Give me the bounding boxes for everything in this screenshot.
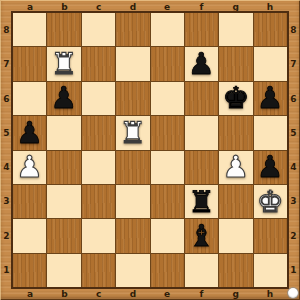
square-f5[interactable] bbox=[185, 116, 218, 149]
square-c3[interactable] bbox=[82, 185, 115, 218]
black-pawn[interactable]: ♟ bbox=[257, 152, 284, 182]
square-a7[interactable] bbox=[13, 47, 46, 80]
square-h4[interactable]: ♟ bbox=[254, 151, 287, 184]
chessboard-frame: abcdefgh abcdefgh 87654321 87654321 ♜♟♟♚… bbox=[0, 0, 300, 300]
square-f1[interactable] bbox=[185, 254, 218, 287]
square-h6[interactable]: ♟ bbox=[254, 82, 287, 115]
black-rook[interactable]: ♜ bbox=[188, 187, 215, 217]
square-h5[interactable] bbox=[254, 116, 287, 149]
white-to-move-indicator-icon bbox=[288, 288, 298, 298]
square-d1[interactable] bbox=[116, 254, 149, 287]
square-h1[interactable] bbox=[254, 254, 287, 287]
rank-label-6: 6 bbox=[0, 82, 13, 116]
file-label-g: g bbox=[219, 0, 253, 13]
square-g3[interactable] bbox=[219, 185, 252, 218]
white-rook[interactable]: ♜ bbox=[51, 49, 78, 79]
square-e8[interactable] bbox=[151, 13, 184, 46]
square-f8[interactable] bbox=[185, 13, 218, 46]
square-g7[interactable] bbox=[219, 47, 252, 80]
square-a3[interactable] bbox=[13, 185, 46, 218]
square-e2[interactable] bbox=[151, 219, 184, 252]
rank-label-2: 2 bbox=[287, 219, 300, 253]
file-label-d: d bbox=[116, 0, 150, 13]
square-g1[interactable] bbox=[219, 254, 252, 287]
square-e6[interactable] bbox=[151, 82, 184, 115]
square-c1[interactable] bbox=[82, 254, 115, 287]
square-a5[interactable]: ♟ bbox=[13, 116, 46, 149]
square-e5[interactable] bbox=[151, 116, 184, 149]
file-labels-top: abcdefgh bbox=[13, 0, 287, 13]
square-a8[interactable] bbox=[13, 13, 46, 46]
square-c4[interactable] bbox=[82, 151, 115, 184]
file-label-b: b bbox=[47, 287, 81, 300]
rank-label-5: 5 bbox=[0, 116, 13, 150]
white-king[interactable]: ♚ bbox=[257, 187, 284, 217]
file-label-h: h bbox=[253, 287, 287, 300]
square-e1[interactable] bbox=[151, 254, 184, 287]
chess-board: ♜♟♟♚♟♟♜♟♟♟♜♚♝ bbox=[13, 13, 287, 287]
rank-label-4: 4 bbox=[287, 150, 300, 184]
rank-label-1: 1 bbox=[287, 253, 300, 287]
rank-label-2: 2 bbox=[0, 219, 13, 253]
file-label-a: a bbox=[13, 287, 47, 300]
rank-label-8: 8 bbox=[0, 13, 13, 47]
rank-label-6: 6 bbox=[287, 82, 300, 116]
square-a4[interactable]: ♟ bbox=[13, 151, 46, 184]
rank-label-7: 7 bbox=[0, 47, 13, 81]
white-pawn[interactable]: ♟ bbox=[16, 152, 43, 182]
square-a2[interactable] bbox=[13, 219, 46, 252]
square-d7[interactable] bbox=[116, 47, 149, 80]
square-f4[interactable] bbox=[185, 151, 218, 184]
square-c6[interactable] bbox=[82, 82, 115, 115]
rank-label-8: 8 bbox=[287, 13, 300, 47]
square-b3[interactable] bbox=[47, 185, 80, 218]
square-d5[interactable]: ♜ bbox=[116, 116, 149, 149]
file-labels-bottom: abcdefgh bbox=[13, 287, 287, 300]
square-f2[interactable]: ♝ bbox=[185, 219, 218, 252]
square-g8[interactable] bbox=[219, 13, 252, 46]
square-d6[interactable] bbox=[116, 82, 149, 115]
square-h8[interactable] bbox=[254, 13, 287, 46]
square-c5[interactable] bbox=[82, 116, 115, 149]
file-label-h: h bbox=[253, 0, 287, 13]
square-d2[interactable] bbox=[116, 219, 149, 252]
square-g5[interactable] bbox=[219, 116, 252, 149]
rank-label-4: 4 bbox=[0, 150, 13, 184]
square-b1[interactable] bbox=[47, 254, 80, 287]
file-label-b: b bbox=[47, 0, 81, 13]
square-c2[interactable] bbox=[82, 219, 115, 252]
square-b7[interactable]: ♜ bbox=[47, 47, 80, 80]
black-bishop[interactable]: ♝ bbox=[188, 221, 215, 251]
rank-labels-left: 87654321 bbox=[0, 13, 13, 287]
square-b2[interactable] bbox=[47, 219, 80, 252]
square-g2[interactable] bbox=[219, 219, 252, 252]
square-g6[interactable]: ♚ bbox=[219, 82, 252, 115]
file-label-f: f bbox=[184, 287, 218, 300]
file-label-d: d bbox=[116, 287, 150, 300]
square-b4[interactable] bbox=[47, 151, 80, 184]
white-pawn[interactable]: ♟ bbox=[222, 152, 249, 182]
square-c7[interactable] bbox=[82, 47, 115, 80]
rank-labels-right: 87654321 bbox=[287, 13, 300, 287]
black-pawn[interactable]: ♟ bbox=[257, 83, 284, 113]
file-label-a: a bbox=[13, 0, 47, 13]
square-d8[interactable] bbox=[116, 13, 149, 46]
square-g4[interactable]: ♟ bbox=[219, 151, 252, 184]
black-king[interactable]: ♚ bbox=[222, 83, 249, 113]
square-e3[interactable] bbox=[151, 185, 184, 218]
file-label-c: c bbox=[82, 0, 116, 13]
rank-label-1: 1 bbox=[0, 253, 13, 287]
square-f7[interactable]: ♟ bbox=[185, 47, 218, 80]
file-label-f: f bbox=[184, 0, 218, 13]
file-label-g: g bbox=[219, 287, 253, 300]
file-label-c: c bbox=[82, 287, 116, 300]
file-label-e: e bbox=[150, 287, 184, 300]
file-label-e: e bbox=[150, 0, 184, 13]
black-pawn[interactable]: ♟ bbox=[16, 118, 43, 148]
square-b8[interactable] bbox=[47, 13, 80, 46]
square-b6[interactable]: ♟ bbox=[47, 82, 80, 115]
square-h7[interactable] bbox=[254, 47, 287, 80]
square-d3[interactable] bbox=[116, 185, 149, 218]
black-pawn[interactable]: ♟ bbox=[188, 49, 215, 79]
square-e4[interactable] bbox=[151, 151, 184, 184]
square-a6[interactable] bbox=[13, 82, 46, 115]
square-f3[interactable]: ♜ bbox=[185, 185, 218, 218]
square-h3[interactable]: ♚ bbox=[254, 185, 287, 218]
white-rook[interactable]: ♜ bbox=[119, 118, 146, 148]
square-a1[interactable] bbox=[13, 254, 46, 287]
rank-label-3: 3 bbox=[0, 184, 13, 218]
square-d4[interactable] bbox=[116, 151, 149, 184]
rank-label-5: 5 bbox=[287, 116, 300, 150]
black-pawn[interactable]: ♟ bbox=[51, 83, 78, 113]
rank-label-3: 3 bbox=[287, 184, 300, 218]
square-b5[interactable] bbox=[47, 116, 80, 149]
square-f6[interactable] bbox=[185, 82, 218, 115]
square-c8[interactable] bbox=[82, 13, 115, 46]
rank-label-7: 7 bbox=[287, 47, 300, 81]
square-e7[interactable] bbox=[151, 47, 184, 80]
square-h2[interactable] bbox=[254, 219, 287, 252]
